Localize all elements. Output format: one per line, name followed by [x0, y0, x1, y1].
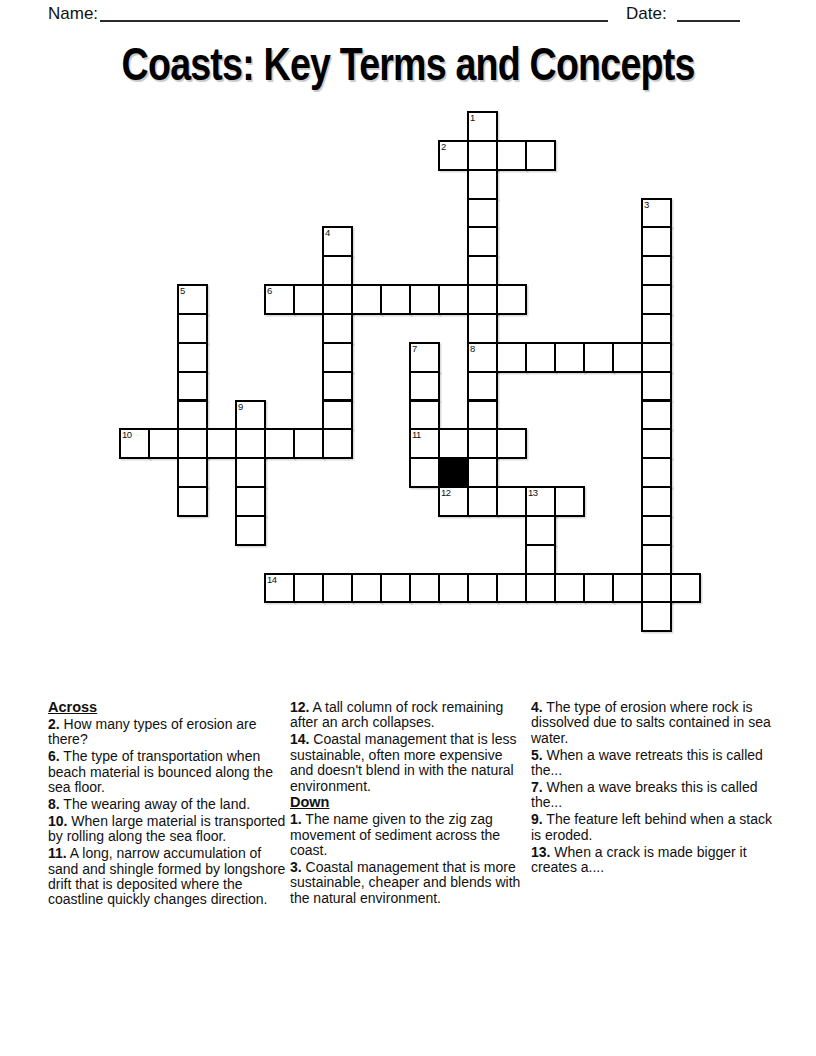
grid-cell-r8c10[interactable]: 7: [409, 342, 440, 373]
grid-cell-r17c18[interactable]: [641, 601, 672, 632]
cell-number-1: 1: [470, 112, 475, 123]
cell-number-10: 10: [122, 429, 132, 440]
grid-cell-r5c18[interactable]: [641, 255, 672, 286]
grid-cell-r14c4[interactable]: [235, 515, 266, 546]
grid-cell-r13c2[interactable]: [177, 486, 208, 517]
grid-cell-r11c1[interactable]: [148, 428, 179, 459]
clue-5-down: 5. When a wave retreats this is called t…: [531, 748, 773, 779]
grid-cell-r6c8[interactable]: [351, 284, 382, 315]
grid-cell-r8c7[interactable]: [322, 342, 353, 373]
grid-cell-r16c19[interactable]: [670, 573, 701, 604]
clue-9-down: 9. The feature left behind when a stack …: [531, 812, 773, 843]
cell-number-9: 9: [238, 401, 243, 412]
grid-cell-r6c10[interactable]: [409, 284, 440, 315]
cell-number-13: 13: [528, 487, 538, 498]
grid-cell-r1c11[interactable]: 2: [438, 140, 469, 171]
grid-cell-r4c7[interactable]: 4: [322, 226, 353, 257]
grid-cell-r13c4[interactable]: [235, 486, 266, 517]
cell-number-6: 6: [267, 285, 272, 296]
clue-1-down: 1. The name given to the zig zag movemen…: [290, 812, 527, 858]
clue-number-label: 7.: [531, 779, 543, 795]
clue-number-label: 13.: [531, 844, 550, 860]
clue-number-label: 5.: [531, 747, 543, 763]
grid-cell-r13c12[interactable]: [467, 486, 498, 517]
grid-cell-r11c12[interactable]: [467, 428, 498, 459]
black-cell: [438, 457, 469, 488]
grid-cell-r7c12[interactable]: [467, 313, 498, 344]
clue-3-down: 3. Coastal management that is more susta…: [290, 860, 527, 906]
clue-number-label: 10.: [48, 813, 67, 829]
grid-cell-r15c14[interactable]: [525, 544, 556, 575]
clue-7-down: 7. When a wave breaks this is called the…: [531, 780, 773, 811]
grid-cell-r14c14[interactable]: [525, 515, 556, 546]
clues-column-2: 12. A tall column of rock remaining afte…: [290, 700, 527, 908]
clue-number-label: 8.: [48, 796, 60, 812]
grid-cell-r6c6[interactable]: [293, 284, 324, 315]
grid-cell-r13c11[interactable]: 12: [438, 486, 469, 517]
grid-cell-r8c17[interactable]: [612, 342, 643, 373]
grid-cell-r12c18[interactable]: [641, 457, 672, 488]
grid-cell-r16c13[interactable]: [496, 573, 527, 604]
date-input-line[interactable]: [677, 4, 740, 22]
cell-number-3: 3: [644, 199, 649, 210]
grid-cell-r8c2[interactable]: [177, 342, 208, 373]
grid-cell-r1c13[interactable]: [496, 140, 527, 171]
grid-cell-r16c15[interactable]: [554, 573, 585, 604]
grid-cell-r4c18[interactable]: [641, 226, 672, 257]
grid-cell-r13c18[interactable]: [641, 486, 672, 517]
clue-number-label: 11.: [48, 845, 67, 861]
cell-number-11: 11: [412, 429, 421, 440]
grid-cell-r10c7[interactable]: [322, 400, 353, 431]
clue-4-down: 4. The type of erosion where rock is dis…: [531, 700, 773, 746]
cell-number-8: 8: [470, 343, 475, 354]
grid-cell-r16c17[interactable]: [612, 573, 643, 604]
grid-cell-r6c11[interactable]: [438, 284, 469, 315]
grid-cell-r10c2[interactable]: [177, 400, 208, 431]
grid-cell-r6c9[interactable]: [380, 284, 411, 315]
grid-cell-r16c12[interactable]: [467, 573, 498, 604]
grid-cell-r8c15[interactable]: [554, 342, 585, 373]
down-header: Down: [290, 795, 527, 810]
grid-cell-r10c12[interactable]: [467, 400, 498, 431]
grid-cell-r10c4[interactable]: 9: [235, 400, 266, 431]
grid-cell-r8c16[interactable]: [583, 342, 614, 373]
grid-cell-r11c18[interactable]: [641, 428, 672, 459]
grid-cell-r13c13[interactable]: [496, 486, 527, 517]
grid-cell-r4c12[interactable]: [467, 226, 498, 257]
grid-cell-r16c16[interactable]: [583, 573, 614, 604]
grid-cell-r7c18[interactable]: [641, 313, 672, 344]
across-header: Across: [48, 700, 288, 715]
clue-12-across: 12. A tall column of rock remaining afte…: [290, 700, 527, 731]
clues-column-1: Across2. How many types of erosion are t…: [48, 700, 288, 909]
grid-cell-r9c2[interactable]: [177, 371, 208, 402]
grid-cell-r12c12[interactable]: [467, 457, 498, 488]
grid-cell-r11c7[interactable]: [322, 428, 353, 459]
grid-cell-r16c14[interactable]: [525, 573, 556, 604]
clue-number-label: 3.: [290, 859, 302, 875]
grid-cell-r12c4[interactable]: [235, 457, 266, 488]
grid-cell-r9c10[interactable]: [409, 371, 440, 402]
grid-cell-r11c4[interactable]: [235, 428, 266, 459]
grid-cell-r11c6[interactable]: [293, 428, 324, 459]
grid-cell-r6c18[interactable]: [641, 284, 672, 315]
grid-cell-r16c8[interactable]: [351, 573, 382, 604]
clue-number-label: 6.: [48, 748, 60, 764]
grid-cell-r5c7[interactable]: [322, 255, 353, 286]
grid-cell-r11c10[interactable]: 11: [409, 428, 440, 459]
clue-number-label: 9.: [531, 811, 543, 827]
clue-number-label: 14.: [290, 731, 309, 747]
clue-6-across: 6. The type of transportation when beach…: [48, 749, 288, 795]
grid-cell-r8c12[interactable]: 8: [467, 342, 498, 373]
grid-cell-r9c7[interactable]: [322, 371, 353, 402]
page-title: Coasts: Key Terms and Concepts: [122, 36, 695, 91]
clue-number-label: 4.: [531, 699, 543, 715]
grid-cell-r11c5[interactable]: [264, 428, 295, 459]
clues-column-3: 4. The type of erosion where rock is dis…: [531, 700, 773, 877]
clue-number-label: 2.: [48, 716, 60, 732]
clue-2-across: 2. How many types of erosion are there?: [48, 717, 288, 748]
cell-number-4: 4: [325, 227, 330, 238]
name-label: Name:: [48, 4, 98, 24]
grid-cell-r1c12[interactable]: [467, 140, 498, 171]
grid-cell-r15c18[interactable]: [641, 544, 672, 575]
worksheet-page: Name: Date: Coasts: Key Terms and Concep…: [0, 0, 816, 1056]
grid-cell-r16c5[interactable]: 14: [264, 573, 295, 604]
clue-13-down: 13. When a crack is made bigger it creat…: [531, 845, 773, 876]
clue-8-across: 8. The wearing away of the land.: [48, 797, 288, 812]
clue-14-across: 14. Coastal management that is less sust…: [290, 732, 527, 794]
grid-cell-r1c14[interactable]: [525, 140, 556, 171]
cell-number-14: 14: [267, 574, 277, 585]
grid-cell-r10c10[interactable]: [409, 400, 440, 431]
grid-cell-r6c7[interactable]: [322, 284, 353, 315]
grid-cell-r16c7[interactable]: [322, 573, 353, 604]
grid-cell-r16c18[interactable]: [641, 573, 672, 604]
cell-number-7: 7: [412, 343, 417, 354]
grid-cell-r6c12[interactable]: [467, 284, 498, 315]
grid-cell-r13c14[interactable]: 13: [525, 486, 556, 517]
grid-cell-r7c2[interactable]: [177, 313, 208, 344]
grid-cell-r5c12[interactable]: [467, 255, 498, 286]
grid-cell-r10c18[interactable]: [641, 400, 672, 431]
grid-cell-r9c18[interactable]: [641, 371, 672, 402]
crossword-grid: 1234567891011121314: [119, 111, 701, 632]
grid-cell-r6c5[interactable]: 6: [264, 284, 295, 315]
grid-cell-r6c2[interactable]: 5: [177, 284, 208, 315]
grid-cell-r11c11[interactable]: [438, 428, 469, 459]
grid-cell-r16c6[interactable]: [293, 573, 324, 604]
grid-cell-r11c0[interactable]: 10: [119, 428, 150, 459]
grid-cell-r8c14[interactable]: [525, 342, 556, 373]
grid-cell-r8c18[interactable]: [641, 342, 672, 373]
grid-cell-r11c3[interactable]: [206, 428, 237, 459]
grid-cell-r13c15[interactable]: [554, 486, 585, 517]
grid-cell-r3c18[interactable]: 3: [641, 198, 672, 229]
grid-cell-r3c12[interactable]: [467, 198, 498, 229]
cell-number-2: 2: [441, 141, 446, 152]
grid-cell-r12c10[interactable]: [409, 457, 440, 488]
grid-cell-r14c18[interactable]: [641, 515, 672, 546]
clue-number-label: 12.: [290, 699, 309, 715]
clue-11-across: 11. A long, narrow accumulation of sand …: [48, 846, 288, 908]
grid-cell-r8c13[interactable]: [496, 342, 527, 373]
clue-number-label: 1.: [290, 811, 302, 827]
date-label: Date:: [626, 4, 667, 24]
clue-10-across: 10. When large material is transported b…: [48, 814, 288, 845]
grid-cell-r16c11[interactable]: [438, 573, 469, 604]
grid-cell-r16c10[interactable]: [409, 573, 440, 604]
grid-cell-r11c2[interactable]: [177, 428, 208, 459]
title-row: Coasts: Key Terms and Concepts: [0, 36, 816, 91]
grid-cell-r9c12[interactable]: [467, 371, 498, 402]
grid-cell-r12c2[interactable]: [177, 457, 208, 488]
grid-cell-r6c13[interactable]: [496, 284, 527, 315]
grid-cell-r11c13[interactable]: [496, 428, 527, 459]
grid-cell-r2c12[interactable]: [467, 169, 498, 200]
grid-cell-r7c7[interactable]: [322, 313, 353, 344]
name-input-line[interactable]: [100, 4, 608, 22]
cell-number-12: 12: [441, 487, 451, 498]
grid-cell-r16c9[interactable]: [380, 573, 411, 604]
cell-number-5: 5: [180, 285, 185, 296]
grid-cell-r0c12[interactable]: 1: [467, 111, 498, 142]
